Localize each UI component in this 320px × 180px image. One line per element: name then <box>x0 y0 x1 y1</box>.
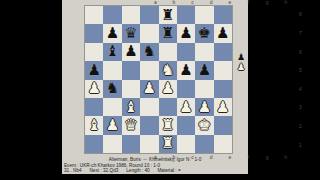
square-g2: ♚ <box>195 116 213 134</box>
square-g3: ♟ <box>195 98 213 116</box>
white-bishop-c3: ♝ <box>124 100 137 115</box>
square-g4 <box>195 80 213 98</box>
status-line: 31 . Nb4 Next : 32.Qd3 Length : 40 Mater… <box>64 168 181 173</box>
square-e8: ♜ <box>159 6 177 24</box>
square-g1 <box>195 135 213 153</box>
black-pawn-a5: ♟ <box>87 63 100 78</box>
white-pawn-f3: ♟ <box>179 100 192 115</box>
square-d2 <box>140 116 158 134</box>
square-f5: ♟ <box>177 61 195 79</box>
file-label-f: f <box>239 0 258 5</box>
chess-board: ♜♟♛♜♟♚♟♝♟♞♟♞♟♟♟♞♟♟♝♟♟♟♝♟♛♜♚♜ <box>84 5 233 154</box>
square-d1 <box>140 135 158 153</box>
black-pawn-f7: ♟ <box>179 26 192 41</box>
file-label-f: f <box>239 155 258 160</box>
black-pawn-g5: ♟ <box>198 63 211 78</box>
file-label-h: h <box>276 0 295 5</box>
square-b6: ♝ <box>103 43 121 61</box>
rank-label-3: 3 <box>296 98 305 117</box>
white-pawn-h3: ♟ <box>216 100 229 115</box>
rank-labels-right: 87654321 <box>296 5 305 154</box>
square-e7: ♜ <box>159 24 177 42</box>
rank-label-4: 4 <box>296 80 305 99</box>
black-pawn-c6: ♟ <box>124 44 137 59</box>
file-label-g: g <box>258 155 277 160</box>
square-a7 <box>85 24 103 42</box>
rank-label-7: 7 <box>296 24 305 43</box>
square-c1 <box>122 135 140 153</box>
square-f8 <box>177 6 195 24</box>
rank-label-1: 1 <box>296 135 305 154</box>
black-king-g7: ♚ <box>198 26 211 41</box>
square-d8 <box>140 6 158 24</box>
black-knight-b4: ♞ <box>106 81 119 96</box>
square-d4: ♟ <box>140 80 158 98</box>
square-f4 <box>177 80 195 98</box>
black-pawn-b7: ♟ <box>106 26 119 41</box>
square-b7: ♟ <box>103 24 121 42</box>
square-a4: ♟ <box>85 80 103 98</box>
square-h5 <box>214 61 232 79</box>
square-a6 <box>85 43 103 61</box>
square-h6 <box>214 43 232 61</box>
square-b4: ♞ <box>103 80 121 98</box>
file-label-g: g <box>258 0 277 5</box>
white-pawn-d4: ♟ <box>143 81 156 96</box>
video-frame: abcdefgh abcdefgh 87654321 87654321 ♜♟♛♜… <box>0 0 320 180</box>
square-b3 <box>103 98 121 116</box>
letterbox-right <box>248 0 320 180</box>
black-pawn-h7: ♟ <box>216 26 229 41</box>
square-g6 <box>195 43 213 61</box>
square-f7: ♟ <box>177 24 195 42</box>
square-a1 <box>85 135 103 153</box>
square-b8 <box>103 6 121 24</box>
square-c3: ♝ <box>122 98 140 116</box>
white-pawn-g3: ♟ <box>198 100 211 115</box>
black-rook-e8: ♜ <box>161 8 174 23</box>
captured-pieces-tray: ♟ ♟ <box>235 52 247 72</box>
square-f3: ♟ <box>177 98 195 116</box>
square-h2 <box>214 116 232 134</box>
rank-label-5: 5 <box>296 61 305 80</box>
white-rook-e2: ♜ <box>161 118 174 133</box>
black-pawn-f5: ♟ <box>179 63 192 78</box>
square-c5 <box>122 61 140 79</box>
square-d7 <box>140 24 158 42</box>
rank-label-2: 2 <box>296 117 305 136</box>
white-king-g2: ♚ <box>198 118 211 133</box>
square-d6: ♞ <box>140 43 158 61</box>
square-c6: ♟ <box>122 43 140 61</box>
square-a2: ♝ <box>85 116 103 134</box>
square-g5: ♟ <box>195 61 213 79</box>
event-line: Event : UKR-ch Kharkov 1986, Round 10 : … <box>64 163 160 168</box>
square-c4 <box>122 80 140 98</box>
square-h8 <box>214 6 232 24</box>
square-e4: ♟ <box>159 80 177 98</box>
square-c7: ♛ <box>122 24 140 42</box>
file-label-h: h <box>276 155 295 160</box>
square-a8 <box>85 6 103 24</box>
square-f1 <box>177 135 195 153</box>
square-e6 <box>159 43 177 61</box>
square-a5: ♟ <box>85 61 103 79</box>
square-h3: ♟ <box>214 98 232 116</box>
square-e2: ♜ <box>159 116 177 134</box>
black-rook-e7: ♜ <box>161 26 174 41</box>
white-queen-c2: ♛ <box>124 118 137 133</box>
square-h7: ♟ <box>214 24 232 42</box>
square-c2: ♛ <box>122 116 140 134</box>
square-f2 <box>177 116 195 134</box>
square-g7: ♚ <box>195 24 213 42</box>
square-h1 <box>214 135 232 153</box>
black-queen-c7: ♛ <box>124 26 137 41</box>
square-g8 <box>195 6 213 24</box>
white-knight-e5: ♞ <box>161 63 174 78</box>
square-d3 <box>140 98 158 116</box>
square-e1: ♜ <box>159 135 177 153</box>
captured-black-pawn-icon: ♟ <box>237 52 245 62</box>
players-line: Alterman, Boris -- Khmelnitsky, Igor N 1… <box>82 157 227 162</box>
square-e3 <box>159 98 177 116</box>
white-pawn-a4: ♟ <box>87 81 100 96</box>
black-knight-d6: ♞ <box>143 44 156 59</box>
white-bishop-a2: ♝ <box>87 118 100 133</box>
captured-white-pawn-icon: ♟ <box>237 62 245 72</box>
black-bishop-b6: ♝ <box>106 44 119 59</box>
white-pawn-b2: ♟ <box>106 118 119 133</box>
white-pawn-e4: ♟ <box>161 81 174 96</box>
square-b2: ♟ <box>103 116 121 134</box>
square-c8 <box>122 6 140 24</box>
square-b5 <box>103 61 121 79</box>
square-f6 <box>177 43 195 61</box>
letterbox-left <box>0 0 62 180</box>
rank-label-8: 8 <box>296 5 305 24</box>
square-a3 <box>85 98 103 116</box>
square-b1 <box>103 135 121 153</box>
square-d5 <box>140 61 158 79</box>
square-e5: ♞ <box>159 61 177 79</box>
white-rook-e1: ♜ <box>161 136 174 151</box>
rank-label-6: 6 <box>296 42 305 61</box>
square-h4 <box>214 80 232 98</box>
